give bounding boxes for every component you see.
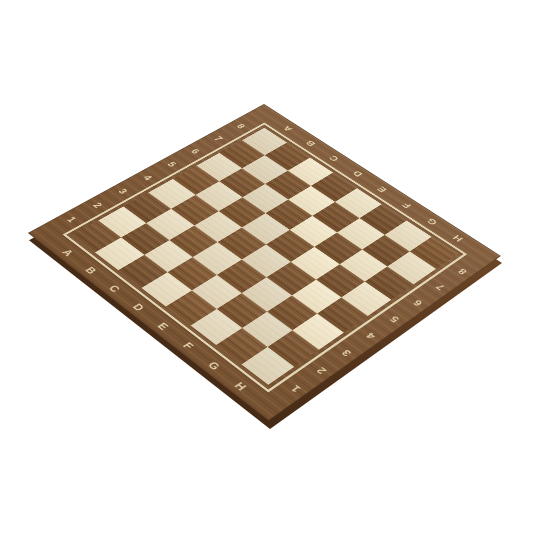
file-label-near-h: H: [233, 381, 249, 392]
file-label-far-g: G: [424, 217, 438, 226]
rank-label-far-7: 7: [434, 283, 447, 292]
file-label-far-d: D: [351, 169, 364, 177]
rank-label-near-6: 6: [190, 148, 202, 155]
file-label-near-a: A: [60, 248, 75, 258]
playing-field: [72, 128, 457, 385]
file-label-far-e: E: [375, 185, 388, 193]
rank-label-far-4: 4: [364, 331, 377, 340]
rank-label-far-1: 1: [289, 384, 303, 394]
file-label-far-b: B: [304, 139, 317, 147]
file-label-near-b: B: [83, 265, 98, 275]
rank-label-near-2: 2: [92, 201, 105, 209]
board-surface: AA11BB22CC33DD44EE55FF66GG77HH88: [28, 104, 501, 421]
rank-label-near-7: 7: [213, 135, 225, 142]
file-label-near-c: C: [107, 284, 122, 294]
product-photo-canvas: AA11BB22CC33DD44EE55FF66GG77HH88: [0, 0, 533, 533]
rank-label-far-3: 3: [340, 348, 354, 358]
rank-label-near-4: 4: [142, 174, 155, 182]
file-label-far-f: F: [400, 201, 413, 209]
file-label-near-d: D: [131, 302, 146, 312]
rank-label-far-8: 8: [456, 267, 469, 276]
file-label-near-g: G: [206, 360, 222, 371]
chessboard: AA11BB22CC33DD44EE55FF66GG77HH88: [0, 0, 533, 533]
rank-label-near-1: 1: [66, 215, 79, 223]
file-label-far-h: H: [450, 234, 464, 243]
file-label-far-c: C: [327, 154, 340, 162]
file-label-near-e: E: [156, 321, 171, 331]
rank-label-far-6: 6: [411, 298, 424, 307]
rank-label-near-5: 5: [166, 160, 178, 167]
rank-label-near-3: 3: [117, 187, 130, 195]
rank-label-near-8: 8: [235, 123, 247, 130]
rank-label-far-2: 2: [315, 366, 329, 376]
file-label-near-f: F: [181, 341, 196, 351]
rank-label-far-5: 5: [388, 315, 401, 324]
file-label-far-a: A: [281, 125, 294, 133]
